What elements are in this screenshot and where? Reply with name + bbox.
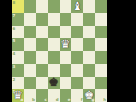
square-g2[interactable] <box>83 77 95 90</box>
square-a5[interactable]: 5 <box>12 38 24 51</box>
file-label-b: b <box>32 97 35 102</box>
rank-label-7: 7 <box>13 13 16 18</box>
square-a7[interactable]: 7 <box>12 13 24 26</box>
chessboard-screenshot: 8♝765♛432♚1a♛bcdefg♚h <box>0 0 136 102</box>
square-h7[interactable] <box>95 13 107 26</box>
white-queen-a1[interactable]: ♛ <box>13 89 23 101</box>
square-b4[interactable] <box>24 51 36 64</box>
square-d8[interactable] <box>48 0 60 13</box>
rank-label-8: 8 <box>13 0 16 5</box>
square-g6[interactable] <box>83 26 95 39</box>
square-d5[interactable] <box>48 38 60 51</box>
square-h1[interactable]: h <box>95 89 107 102</box>
square-f8[interactable]: ♝ <box>71 0 83 13</box>
square-c8[interactable] <box>36 0 48 13</box>
square-d1[interactable]: d <box>48 89 60 102</box>
square-h4[interactable] <box>95 51 107 64</box>
square-a1[interactable]: 1a♛ <box>12 89 24 102</box>
square-e2[interactable] <box>60 77 72 90</box>
square-e4[interactable] <box>60 51 72 64</box>
square-c5[interactable] <box>36 38 48 51</box>
square-c6[interactable] <box>36 26 48 39</box>
square-a6[interactable]: 6 <box>12 26 24 39</box>
square-a2[interactable]: 2 <box>12 77 24 90</box>
black-king-d2[interactable]: ♚ <box>48 77 58 89</box>
square-b5[interactable] <box>24 38 36 51</box>
square-d6[interactable] <box>48 26 60 39</box>
square-d4[interactable] <box>48 51 60 64</box>
square-b6[interactable] <box>24 26 36 39</box>
square-g3[interactable] <box>83 64 95 77</box>
square-b3[interactable] <box>24 64 36 77</box>
square-a4[interactable]: 4 <box>12 51 24 64</box>
square-a3[interactable]: 3 <box>12 64 24 77</box>
square-f4[interactable] <box>71 51 83 64</box>
file-label-c: c <box>44 97 46 102</box>
white-bishop-f8[interactable]: ♝ <box>72 0 82 12</box>
square-c2[interactable] <box>36 77 48 90</box>
square-h8[interactable] <box>95 0 107 13</box>
square-d2[interactable]: ♚ <box>48 77 60 90</box>
square-b8[interactable] <box>24 0 36 13</box>
square-h6[interactable] <box>95 26 107 39</box>
square-h3[interactable] <box>95 64 107 77</box>
square-g4[interactable] <box>83 51 95 64</box>
square-b7[interactable] <box>24 13 36 26</box>
square-f3[interactable] <box>71 64 83 77</box>
square-e6[interactable] <box>60 26 72 39</box>
square-h5[interactable] <box>95 38 107 51</box>
square-h2[interactable] <box>95 77 107 90</box>
file-label-e: e <box>68 97 71 102</box>
square-f6[interactable] <box>71 26 83 39</box>
square-e8[interactable] <box>60 0 72 13</box>
square-c4[interactable] <box>36 51 48 64</box>
rank-label-5: 5 <box>13 38 16 43</box>
rank-label-3: 3 <box>13 64 16 69</box>
file-label-h: h <box>103 97 106 102</box>
square-a8[interactable]: 8 <box>12 0 24 13</box>
square-c7[interactable] <box>36 13 48 26</box>
square-c1[interactable]: c <box>36 89 48 102</box>
rank-label-4: 4 <box>13 51 16 56</box>
square-e5[interactable]: ♛ <box>60 38 72 51</box>
square-c3[interactable] <box>36 64 48 77</box>
square-e3[interactable] <box>60 64 72 77</box>
file-label-f: f <box>81 97 83 102</box>
square-g5[interactable] <box>83 38 95 51</box>
square-e1[interactable]: e <box>60 89 72 102</box>
square-b2[interactable] <box>24 77 36 90</box>
square-f5[interactable] <box>71 38 83 51</box>
rank-label-6: 6 <box>13 26 16 31</box>
square-g1[interactable]: g♚ <box>83 89 95 102</box>
square-g7[interactable] <box>83 13 95 26</box>
square-f2[interactable] <box>71 77 83 90</box>
white-queen-e5[interactable]: ♛ <box>60 38 70 50</box>
file-label-d: d <box>56 97 59 102</box>
rank-label-2: 2 <box>13 77 16 82</box>
square-d3[interactable] <box>48 64 60 77</box>
white-king-g1[interactable]: ♚ <box>84 89 94 101</box>
square-e7[interactable] <box>60 13 72 26</box>
square-f7[interactable] <box>71 13 83 26</box>
square-g8[interactable] <box>83 0 95 13</box>
square-b1[interactable]: b <box>24 89 36 102</box>
chess-board: 8♝765♛432♚1a♛bcdefg♚h <box>12 0 107 102</box>
square-f1[interactable]: f <box>71 89 83 102</box>
square-d7[interactable] <box>48 13 60 26</box>
